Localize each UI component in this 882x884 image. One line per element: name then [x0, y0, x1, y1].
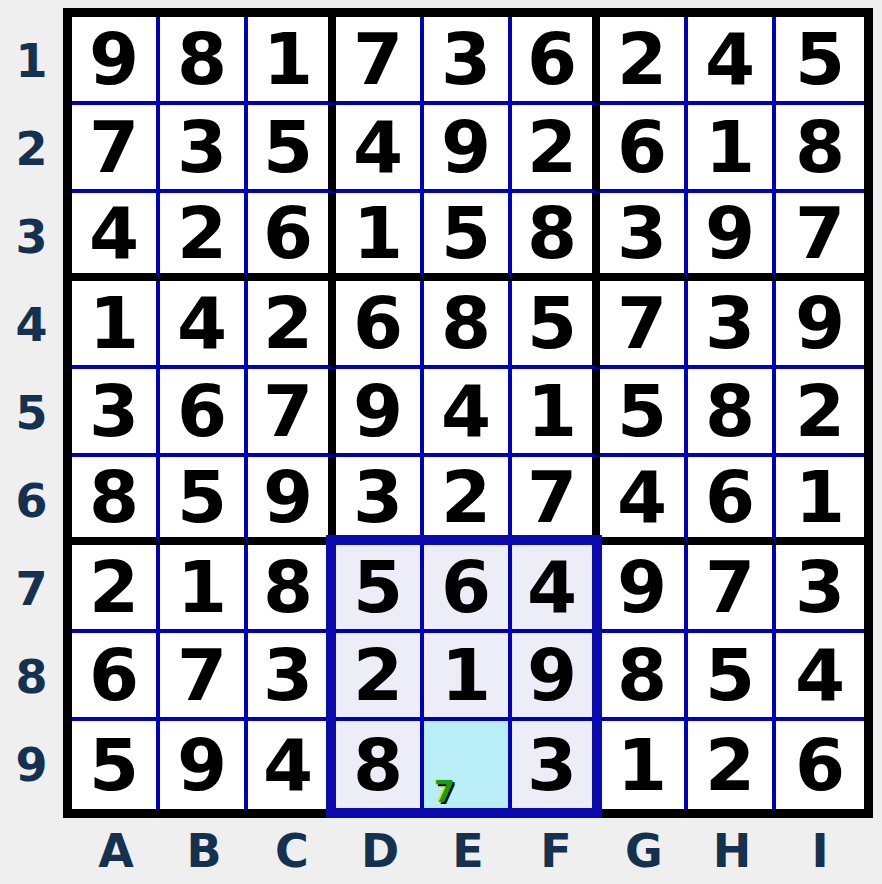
cell-D9[interactable]: 8 — [336, 721, 424, 809]
col-label-D: D — [336, 824, 424, 878]
cell-G5[interactable]: 5 — [600, 369, 688, 457]
cell-C3[interactable]: 6 — [248, 193, 336, 281]
cell-B9[interactable]: 9 — [160, 721, 248, 809]
cell-B7[interactable]: 1 — [160, 545, 248, 633]
cell-value: 3 — [795, 551, 845, 623]
cell-value: 6 — [441, 551, 491, 623]
cell-value: 1 — [89, 287, 139, 359]
cell-value: 5 — [795, 23, 845, 95]
cell-value: 9 — [705, 197, 755, 269]
cell-G6[interactable]: 4 — [600, 457, 688, 545]
cell-value: 4 — [617, 461, 667, 533]
cell-E7[interactable]: 6 — [424, 545, 512, 633]
cell-value: 2 — [795, 375, 845, 447]
cell-H6[interactable]: 6 — [688, 457, 776, 545]
cell-C6[interactable]: 9 — [248, 457, 336, 545]
cell-value: 1 — [441, 639, 491, 711]
cell-D2[interactable]: 4 — [336, 105, 424, 193]
cell-I9[interactable]: 6 — [776, 721, 864, 809]
cell-value: 9 — [527, 639, 577, 711]
cell-value: 9 — [263, 461, 313, 533]
cell-value: 1 — [795, 461, 845, 533]
cell-value: 7 — [263, 375, 313, 447]
col-label-H: H — [688, 824, 776, 878]
cell-value: 5 — [89, 729, 139, 801]
cell-value: 4 — [177, 287, 227, 359]
cell-H4[interactable]: 3 — [688, 281, 776, 369]
cell-value: 7 — [705, 551, 755, 623]
cell-C4[interactable]: 2 — [248, 281, 336, 369]
cell-C8[interactable]: 3 — [248, 633, 336, 721]
cell-value: 5 — [527, 287, 577, 359]
cell-value: 2 — [441, 461, 491, 533]
cell-value: 9 — [441, 111, 491, 183]
cell-value: 1 — [263, 23, 313, 95]
cell-value: 7 — [89, 111, 139, 183]
cell-F8[interactable]: 9 — [512, 633, 600, 721]
cell-F7[interactable]: 4 — [512, 545, 600, 633]
cell-B1[interactable]: 8 — [160, 17, 248, 105]
cell-B8[interactable]: 7 — [160, 633, 248, 721]
cell-F1[interactable]: 6 — [512, 17, 600, 105]
column-labels: ABCDEFGHI — [63, 824, 873, 878]
cell-value: 7 — [795, 197, 845, 269]
cell-E5[interactable]: 4 — [424, 369, 512, 457]
board-area: 9817362457354926184261583971426857393679… — [63, 8, 873, 818]
row-label-5: 5 — [0, 369, 63, 457]
cell-C7[interactable]: 8 — [248, 545, 336, 633]
cell-H9[interactable]: 2 — [688, 721, 776, 809]
col-label-C: C — [248, 824, 336, 878]
cell-I5[interactable]: 2 — [776, 369, 864, 457]
cell-H7[interactable]: 7 — [688, 545, 776, 633]
cell-H2[interactable]: 1 — [688, 105, 776, 193]
cell-D6[interactable]: 3 — [336, 457, 424, 545]
cell-value: 8 — [527, 197, 577, 269]
row-label-1: 1 — [0, 17, 63, 105]
cell-value: 8 — [795, 111, 845, 183]
cell-value: 9 — [89, 23, 139, 95]
cell-value: 8 — [353, 729, 403, 801]
cell-E8[interactable]: 1 — [424, 633, 512, 721]
cell-value: 6 — [353, 287, 403, 359]
cell-A8[interactable]: 6 — [72, 633, 160, 721]
cell-E9[interactable]: 7 — [424, 721, 512, 809]
cell-value: 3 — [353, 461, 403, 533]
cell-value: 7 — [527, 461, 577, 533]
cell-D1[interactable]: 7 — [336, 17, 424, 105]
cell-value: 8 — [89, 461, 139, 533]
cell-value: 5 — [177, 461, 227, 533]
cell-value: 8 — [263, 551, 313, 623]
row-labels: 123456789 — [0, 8, 63, 818]
col-label-G: G — [600, 824, 688, 878]
cell-F4[interactable]: 5 — [512, 281, 600, 369]
col-label-F: F — [512, 824, 600, 878]
cell-F2[interactable]: 2 — [512, 105, 600, 193]
cell-B5[interactable]: 6 — [160, 369, 248, 457]
col-label-A: A — [72, 824, 160, 878]
cell-value: 9 — [795, 287, 845, 359]
cell-G2[interactable]: 6 — [600, 105, 688, 193]
cell-G8[interactable]: 8 — [600, 633, 688, 721]
cell-A4[interactable]: 1 — [72, 281, 160, 369]
cell-value: 1 — [353, 197, 403, 269]
cell-value: 7 — [177, 639, 227, 711]
cell-value: 5 — [617, 375, 667, 447]
cell-E4[interactable]: 8 — [424, 281, 512, 369]
cell-E1[interactable]: 3 — [424, 17, 512, 105]
cell-value: 1 — [177, 551, 227, 623]
cell-value: 5 — [705, 639, 755, 711]
cell-value: 1 — [705, 111, 755, 183]
cell-value: 4 — [527, 551, 577, 623]
cell-value: 2 — [353, 639, 403, 711]
cell-value: 6 — [89, 639, 139, 711]
cell-value: 2 — [177, 197, 227, 269]
cell-F3[interactable]: 8 — [512, 193, 600, 281]
cell-I7[interactable]: 3 — [776, 545, 864, 633]
cell-value: 8 — [441, 287, 491, 359]
cell-I3[interactable]: 7 — [776, 193, 864, 281]
cell-value: 4 — [89, 197, 139, 269]
row-label-9: 9 — [0, 721, 63, 809]
cell-F5[interactable]: 1 — [512, 369, 600, 457]
cell-D5[interactable]: 9 — [336, 369, 424, 457]
cell-value: 8 — [177, 23, 227, 95]
cell-value: 7 — [353, 23, 403, 95]
cell-value: 4 — [353, 111, 403, 183]
cell-A2[interactable]: 7 — [72, 105, 160, 193]
cell-H5[interactable]: 8 — [688, 369, 776, 457]
cell-H1[interactable]: 4 — [688, 17, 776, 105]
cell-I2[interactable]: 8 — [776, 105, 864, 193]
cell-H3[interactable]: 9 — [688, 193, 776, 281]
cell-value: 2 — [705, 729, 755, 801]
cell-value: 3 — [89, 375, 139, 447]
cell-value: 2 — [617, 23, 667, 95]
cell-I6[interactable]: 1 — [776, 457, 864, 545]
sudoku-board: 9817362457354926184261583971426857393679… — [63, 8, 873, 818]
cell-I4[interactable]: 9 — [776, 281, 864, 369]
cell-value: 6 — [705, 461, 755, 533]
cell-value: 4 — [263, 729, 313, 801]
cell-C5[interactable]: 7 — [248, 369, 336, 457]
cell-value: 5 — [353, 551, 403, 623]
row-label-4: 4 — [0, 281, 63, 369]
cell-value: 2 — [89, 551, 139, 623]
cell-value: 3 — [617, 197, 667, 269]
col-label-E: E — [424, 824, 512, 878]
cell-value: 3 — [705, 287, 755, 359]
cell-B2[interactable]: 3 — [160, 105, 248, 193]
cell-A7[interactable]: 2 — [72, 545, 160, 633]
cell-E3[interactable]: 5 — [424, 193, 512, 281]
row-label-2: 2 — [0, 105, 63, 193]
cell-D7[interactable]: 5 — [336, 545, 424, 633]
cell-value: 6 — [795, 729, 845, 801]
row-label-8: 8 — [0, 633, 63, 721]
cell-value: 9 — [617, 551, 667, 623]
cell-value: 8 — [617, 639, 667, 711]
cell-F9[interactable]: 3 — [512, 721, 600, 809]
cell-value: 4 — [441, 375, 491, 447]
cell-G3[interactable]: 3 — [600, 193, 688, 281]
cell-A5[interactable]: 3 — [72, 369, 160, 457]
cell-value: 9 — [353, 375, 403, 447]
cell-value: 6 — [263, 197, 313, 269]
pencil-mark-7: 7 — [434, 777, 455, 807]
cell-A3[interactable]: 4 — [72, 193, 160, 281]
cell-value: 6 — [617, 111, 667, 183]
cell-C9[interactable]: 4 — [248, 721, 336, 809]
cell-value: 3 — [263, 639, 313, 711]
cell-C2[interactable]: 5 — [248, 105, 336, 193]
cell-value: 3 — [177, 111, 227, 183]
sudoku-page: 123456789 981736245735492618426158397142… — [0, 0, 882, 878]
row-label-3: 3 — [0, 193, 63, 281]
cell-value: 6 — [527, 23, 577, 95]
cell-E2[interactable]: 9 — [424, 105, 512, 193]
cell-A6[interactable]: 8 — [72, 457, 160, 545]
cell-I1[interactable]: 5 — [776, 17, 864, 105]
cell-value: 2 — [527, 111, 577, 183]
cell-value: 7 — [617, 287, 667, 359]
cell-D3[interactable]: 1 — [336, 193, 424, 281]
cell-value: 5 — [441, 197, 491, 269]
cell-G9[interactable]: 1 — [600, 721, 688, 809]
cell-value: 9 — [177, 729, 227, 801]
row-label-7: 7 — [0, 545, 63, 633]
col-label-I: I — [776, 824, 864, 878]
cell-A1[interactable]: 9 — [72, 17, 160, 105]
cell-D8[interactable]: 2 — [336, 633, 424, 721]
cell-G4[interactable]: 7 — [600, 281, 688, 369]
cell-B3[interactable]: 2 — [160, 193, 248, 281]
cell-value: 2 — [263, 287, 313, 359]
cell-A9[interactable]: 5 — [72, 721, 160, 809]
cell-E6[interactable]: 2 — [424, 457, 512, 545]
cell-G1[interactable]: 2 — [600, 17, 688, 105]
cell-value: 3 — [441, 23, 491, 95]
col-label-B: B — [160, 824, 248, 878]
cell-G7[interactable]: 9 — [600, 545, 688, 633]
cell-value: 5 — [263, 111, 313, 183]
cell-value: 1 — [527, 375, 577, 447]
cell-C1[interactable]: 1 — [248, 17, 336, 105]
cell-H8[interactable]: 5 — [688, 633, 776, 721]
cell-value: 6 — [177, 375, 227, 447]
cell-value: 1 — [617, 729, 667, 801]
cell-B6[interactable]: 5 — [160, 457, 248, 545]
cell-B4[interactable]: 4 — [160, 281, 248, 369]
cell-value: 3 — [527, 729, 577, 801]
cell-I8[interactable]: 4 — [776, 633, 864, 721]
cell-value: 8 — [705, 375, 755, 447]
cell-F6[interactable]: 7 — [512, 457, 600, 545]
row-label-6: 6 — [0, 457, 63, 545]
cell-D4[interactable]: 6 — [336, 281, 424, 369]
cell-value: 4 — [795, 639, 845, 711]
cell-value: 4 — [705, 23, 755, 95]
